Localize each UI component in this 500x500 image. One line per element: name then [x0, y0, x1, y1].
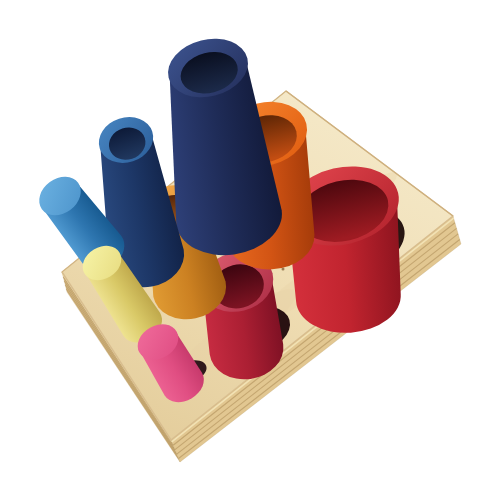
product-image-canvas: [0, 0, 500, 500]
montessori-toy-photo: [0, 0, 500, 500]
